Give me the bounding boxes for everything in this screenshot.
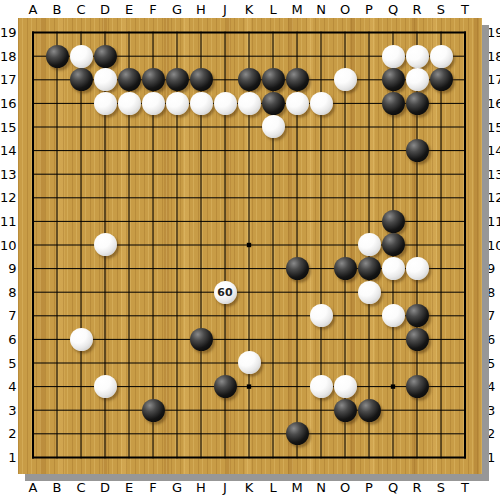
intersection[interactable] xyxy=(21,186,45,210)
intersection[interactable] xyxy=(357,68,381,92)
intersection[interactable] xyxy=(429,257,453,281)
intersection[interactable] xyxy=(45,210,69,234)
intersection[interactable] xyxy=(21,280,45,304)
intersection[interactable] xyxy=(165,375,189,399)
intersection[interactable] xyxy=(381,445,405,469)
intersection[interactable] xyxy=(261,398,285,422)
intersection[interactable] xyxy=(213,210,237,234)
intersection[interactable] xyxy=(165,445,189,469)
intersection[interactable] xyxy=(237,139,261,163)
intersection[interactable] xyxy=(237,162,261,186)
intersection[interactable] xyxy=(213,328,237,352)
intersection[interactable] xyxy=(69,422,93,446)
intersection[interactable] xyxy=(237,375,261,399)
intersection[interactable] xyxy=(69,445,93,469)
intersection[interactable] xyxy=(165,139,189,163)
intersection[interactable] xyxy=(45,233,69,257)
intersection[interactable] xyxy=(405,398,429,422)
intersection[interactable] xyxy=(45,398,69,422)
intersection[interactable] xyxy=(21,92,45,116)
intersection[interactable] xyxy=(213,44,237,68)
intersection[interactable] xyxy=(333,328,357,352)
intersection[interactable] xyxy=(357,92,381,116)
intersection[interactable] xyxy=(69,186,93,210)
intersection[interactable] xyxy=(261,257,285,281)
intersection[interactable] xyxy=(237,68,261,92)
intersection[interactable] xyxy=(405,257,429,281)
intersection[interactable] xyxy=(165,44,189,68)
intersection[interactable] xyxy=(309,233,333,257)
intersection[interactable] xyxy=(309,304,333,328)
go-board[interactable]: 60 xyxy=(18,18,482,474)
intersection[interactable] xyxy=(285,233,309,257)
intersection[interactable] xyxy=(285,162,309,186)
intersection[interactable] xyxy=(381,233,405,257)
intersection[interactable] xyxy=(237,422,261,446)
intersection[interactable] xyxy=(405,115,429,139)
intersection[interactable] xyxy=(429,375,453,399)
intersection[interactable] xyxy=(429,210,453,234)
intersection[interactable] xyxy=(285,328,309,352)
intersection[interactable] xyxy=(261,351,285,375)
intersection[interactable] xyxy=(237,280,261,304)
intersection[interactable] xyxy=(213,398,237,422)
intersection[interactable] xyxy=(117,210,141,234)
intersection[interactable] xyxy=(381,162,405,186)
intersection[interactable] xyxy=(333,280,357,304)
intersection[interactable] xyxy=(405,351,429,375)
intersection[interactable] xyxy=(285,422,309,446)
intersection[interactable] xyxy=(21,162,45,186)
intersection[interactable] xyxy=(405,233,429,257)
intersection[interactable] xyxy=(429,162,453,186)
intersection[interactable] xyxy=(117,68,141,92)
intersection[interactable] xyxy=(21,304,45,328)
intersection[interactable] xyxy=(309,280,333,304)
intersection[interactable] xyxy=(189,233,213,257)
intersection[interactable] xyxy=(237,210,261,234)
intersection[interactable] xyxy=(69,115,93,139)
intersection[interactable] xyxy=(117,115,141,139)
intersection[interactable] xyxy=(117,257,141,281)
intersection[interactable] xyxy=(165,162,189,186)
intersection[interactable] xyxy=(45,139,69,163)
intersection[interactable] xyxy=(357,304,381,328)
intersection[interactable] xyxy=(285,257,309,281)
intersection[interactable] xyxy=(453,422,477,446)
intersection[interactable] xyxy=(141,257,165,281)
intersection[interactable] xyxy=(189,115,213,139)
intersection[interactable] xyxy=(261,422,285,446)
intersection[interactable] xyxy=(261,21,285,45)
intersection[interactable] xyxy=(237,21,261,45)
intersection[interactable] xyxy=(405,422,429,446)
intersection[interactable] xyxy=(381,210,405,234)
intersection[interactable] xyxy=(333,68,357,92)
intersection[interactable] xyxy=(165,280,189,304)
intersection[interactable] xyxy=(69,233,93,257)
intersection[interactable] xyxy=(357,115,381,139)
intersection[interactable] xyxy=(333,257,357,281)
intersection[interactable] xyxy=(261,328,285,352)
intersection[interactable] xyxy=(69,351,93,375)
intersection[interactable] xyxy=(261,304,285,328)
intersection[interactable] xyxy=(45,92,69,116)
intersection[interactable] xyxy=(357,44,381,68)
intersection[interactable] xyxy=(429,445,453,469)
intersection[interactable] xyxy=(93,257,117,281)
intersection[interactable] xyxy=(69,375,93,399)
intersection[interactable] xyxy=(309,445,333,469)
intersection[interactable] xyxy=(357,398,381,422)
intersection[interactable] xyxy=(21,328,45,352)
intersection[interactable] xyxy=(429,44,453,68)
intersection[interactable] xyxy=(165,68,189,92)
intersection[interactable] xyxy=(189,398,213,422)
intersection[interactable] xyxy=(69,21,93,45)
intersection[interactable] xyxy=(93,398,117,422)
intersection[interactable] xyxy=(141,68,165,92)
intersection[interactable]: 60 xyxy=(213,280,237,304)
intersection[interactable] xyxy=(405,328,429,352)
intersection[interactable] xyxy=(285,44,309,68)
intersection[interactable] xyxy=(405,445,429,469)
intersection[interactable] xyxy=(261,162,285,186)
intersection[interactable] xyxy=(429,280,453,304)
intersection[interactable] xyxy=(189,351,213,375)
intersection[interactable] xyxy=(117,351,141,375)
intersection[interactable] xyxy=(381,115,405,139)
intersection[interactable] xyxy=(141,304,165,328)
intersection[interactable] xyxy=(357,210,381,234)
intersection[interactable] xyxy=(93,233,117,257)
intersection[interactable] xyxy=(333,233,357,257)
intersection[interactable] xyxy=(213,445,237,469)
intersection[interactable] xyxy=(381,68,405,92)
intersection[interactable] xyxy=(45,162,69,186)
intersection[interactable] xyxy=(309,422,333,446)
intersection[interactable] xyxy=(261,92,285,116)
intersection[interactable] xyxy=(405,44,429,68)
intersection[interactable] xyxy=(309,375,333,399)
intersection[interactable] xyxy=(357,280,381,304)
intersection[interactable] xyxy=(429,115,453,139)
intersection[interactable] xyxy=(141,21,165,45)
intersection[interactable] xyxy=(357,257,381,281)
intersection[interactable] xyxy=(429,139,453,163)
intersection[interactable] xyxy=(333,139,357,163)
intersection[interactable] xyxy=(237,233,261,257)
intersection[interactable] xyxy=(93,139,117,163)
intersection[interactable] xyxy=(309,351,333,375)
intersection[interactable] xyxy=(21,44,45,68)
intersection[interactable] xyxy=(213,139,237,163)
intersection[interactable] xyxy=(285,375,309,399)
intersection[interactable] xyxy=(69,328,93,352)
intersection[interactable] xyxy=(381,422,405,446)
intersection[interactable] xyxy=(141,162,165,186)
intersection[interactable] xyxy=(213,115,237,139)
intersection[interactable] xyxy=(453,280,477,304)
intersection[interactable] xyxy=(117,92,141,116)
intersection[interactable] xyxy=(21,139,45,163)
intersection[interactable] xyxy=(333,210,357,234)
intersection[interactable] xyxy=(21,398,45,422)
intersection[interactable] xyxy=(285,304,309,328)
intersection[interactable] xyxy=(357,328,381,352)
intersection[interactable] xyxy=(261,280,285,304)
intersection[interactable] xyxy=(237,304,261,328)
intersection[interactable] xyxy=(429,304,453,328)
intersection[interactable] xyxy=(117,162,141,186)
intersection[interactable] xyxy=(141,186,165,210)
intersection[interactable] xyxy=(285,68,309,92)
intersection[interactable] xyxy=(45,257,69,281)
intersection[interactable] xyxy=(285,92,309,116)
intersection[interactable] xyxy=(117,422,141,446)
intersection[interactable] xyxy=(93,280,117,304)
intersection[interactable] xyxy=(309,92,333,116)
intersection[interactable] xyxy=(333,422,357,446)
intersection[interactable] xyxy=(285,210,309,234)
intersection[interactable] xyxy=(357,445,381,469)
intersection[interactable] xyxy=(309,21,333,45)
intersection[interactable] xyxy=(429,186,453,210)
intersection[interactable] xyxy=(93,375,117,399)
intersection[interactable] xyxy=(333,92,357,116)
intersection[interactable] xyxy=(357,186,381,210)
intersection[interactable] xyxy=(93,44,117,68)
intersection[interactable] xyxy=(165,304,189,328)
intersection[interactable] xyxy=(141,328,165,352)
intersection[interactable] xyxy=(165,233,189,257)
intersection[interactable] xyxy=(405,280,429,304)
intersection[interactable] xyxy=(165,92,189,116)
intersection[interactable] xyxy=(69,304,93,328)
intersection[interactable] xyxy=(69,139,93,163)
intersection[interactable] xyxy=(429,351,453,375)
intersection[interactable] xyxy=(237,398,261,422)
intersection[interactable] xyxy=(381,304,405,328)
intersection[interactable] xyxy=(45,304,69,328)
intersection[interactable] xyxy=(285,186,309,210)
intersection[interactable] xyxy=(309,115,333,139)
intersection[interactable] xyxy=(237,44,261,68)
intersection[interactable] xyxy=(69,162,93,186)
intersection[interactable] xyxy=(333,21,357,45)
intersection[interactable] xyxy=(285,445,309,469)
intersection[interactable] xyxy=(333,44,357,68)
intersection[interactable] xyxy=(237,115,261,139)
intersection[interactable] xyxy=(117,186,141,210)
intersection[interactable] xyxy=(141,422,165,446)
intersection[interactable] xyxy=(189,162,213,186)
intersection[interactable] xyxy=(381,44,405,68)
intersection[interactable] xyxy=(381,257,405,281)
intersection[interactable] xyxy=(189,304,213,328)
intersection[interactable] xyxy=(309,44,333,68)
intersection[interactable] xyxy=(405,139,429,163)
intersection[interactable] xyxy=(453,233,477,257)
intersection[interactable] xyxy=(93,328,117,352)
intersection[interactable] xyxy=(381,139,405,163)
intersection[interactable] xyxy=(213,162,237,186)
intersection[interactable] xyxy=(333,375,357,399)
intersection[interactable] xyxy=(213,422,237,446)
intersection[interactable] xyxy=(453,375,477,399)
intersection[interactable] xyxy=(141,115,165,139)
intersection[interactable] xyxy=(117,21,141,45)
intersection[interactable] xyxy=(21,351,45,375)
intersection[interactable] xyxy=(405,304,429,328)
intersection[interactable] xyxy=(69,210,93,234)
intersection[interactable] xyxy=(141,233,165,257)
intersection[interactable] xyxy=(69,398,93,422)
intersection[interactable] xyxy=(189,280,213,304)
intersection[interactable] xyxy=(285,21,309,45)
intersection[interactable] xyxy=(453,257,477,281)
intersection[interactable] xyxy=(21,115,45,139)
intersection[interactable] xyxy=(45,115,69,139)
intersection[interactable] xyxy=(453,351,477,375)
intersection[interactable] xyxy=(117,304,141,328)
intersection[interactable] xyxy=(165,186,189,210)
intersection[interactable] xyxy=(189,21,213,45)
intersection[interactable] xyxy=(21,422,45,446)
intersection[interactable] xyxy=(309,257,333,281)
intersection[interactable] xyxy=(21,233,45,257)
intersection[interactable] xyxy=(333,351,357,375)
intersection[interactable] xyxy=(237,328,261,352)
intersection[interactable] xyxy=(189,210,213,234)
intersection[interactable] xyxy=(93,115,117,139)
intersection[interactable] xyxy=(429,398,453,422)
intersection[interactable] xyxy=(21,257,45,281)
intersection[interactable] xyxy=(237,257,261,281)
intersection[interactable] xyxy=(189,68,213,92)
intersection[interactable] xyxy=(285,351,309,375)
intersection[interactable] xyxy=(381,375,405,399)
intersection[interactable] xyxy=(21,375,45,399)
intersection[interactable] xyxy=(357,375,381,399)
intersection[interactable] xyxy=(309,68,333,92)
intersection[interactable] xyxy=(69,257,93,281)
intersection[interactable] xyxy=(405,68,429,92)
intersection[interactable] xyxy=(141,139,165,163)
intersection[interactable] xyxy=(165,21,189,45)
intersection[interactable] xyxy=(165,422,189,446)
intersection[interactable] xyxy=(357,162,381,186)
intersection[interactable] xyxy=(93,162,117,186)
intersection[interactable] xyxy=(261,445,285,469)
intersection[interactable] xyxy=(453,304,477,328)
intersection[interactable] xyxy=(45,328,69,352)
intersection[interactable] xyxy=(213,186,237,210)
intersection[interactable] xyxy=(405,375,429,399)
intersection[interactable] xyxy=(45,21,69,45)
intersection[interactable] xyxy=(45,186,69,210)
intersection[interactable] xyxy=(213,92,237,116)
intersection[interactable] xyxy=(381,186,405,210)
intersection[interactable] xyxy=(165,115,189,139)
intersection[interactable] xyxy=(141,280,165,304)
intersection[interactable] xyxy=(69,68,93,92)
intersection[interactable] xyxy=(309,139,333,163)
intersection[interactable] xyxy=(141,210,165,234)
intersection[interactable] xyxy=(261,68,285,92)
intersection[interactable] xyxy=(429,68,453,92)
intersection[interactable] xyxy=(93,351,117,375)
intersection[interactable] xyxy=(285,115,309,139)
intersection[interactable] xyxy=(117,44,141,68)
intersection[interactable] xyxy=(21,21,45,45)
intersection[interactable] xyxy=(309,210,333,234)
intersection[interactable] xyxy=(45,422,69,446)
intersection[interactable] xyxy=(405,92,429,116)
intersection[interactable] xyxy=(381,21,405,45)
intersection[interactable] xyxy=(117,445,141,469)
intersection[interactable] xyxy=(261,186,285,210)
intersection[interactable] xyxy=(453,115,477,139)
intersection[interactable] xyxy=(309,328,333,352)
intersection[interactable] xyxy=(165,257,189,281)
intersection[interactable] xyxy=(21,445,45,469)
intersection[interactable] xyxy=(93,210,117,234)
intersection[interactable] xyxy=(117,280,141,304)
intersection[interactable] xyxy=(453,328,477,352)
intersection[interactable] xyxy=(141,398,165,422)
intersection[interactable] xyxy=(93,445,117,469)
intersection[interactable] xyxy=(261,233,285,257)
intersection[interactable] xyxy=(165,351,189,375)
intersection[interactable] xyxy=(165,210,189,234)
intersection[interactable] xyxy=(405,210,429,234)
intersection[interactable] xyxy=(165,328,189,352)
intersection[interactable] xyxy=(117,233,141,257)
intersection[interactable] xyxy=(117,328,141,352)
intersection[interactable] xyxy=(429,92,453,116)
intersection[interactable] xyxy=(261,375,285,399)
intersection[interactable] xyxy=(69,280,93,304)
intersection[interactable] xyxy=(453,445,477,469)
intersection[interactable] xyxy=(381,280,405,304)
intersection[interactable] xyxy=(429,422,453,446)
intersection[interactable] xyxy=(453,210,477,234)
intersection[interactable] xyxy=(453,162,477,186)
intersection[interactable] xyxy=(285,139,309,163)
intersection[interactable] xyxy=(117,398,141,422)
intersection[interactable] xyxy=(213,68,237,92)
intersection[interactable] xyxy=(309,186,333,210)
intersection[interactable] xyxy=(453,186,477,210)
intersection[interactable] xyxy=(213,351,237,375)
intersection[interactable] xyxy=(237,92,261,116)
intersection[interactable] xyxy=(213,233,237,257)
intersection[interactable] xyxy=(381,328,405,352)
intersection[interactable] xyxy=(429,328,453,352)
intersection[interactable] xyxy=(213,375,237,399)
intersection[interactable] xyxy=(333,398,357,422)
intersection[interactable] xyxy=(213,304,237,328)
intersection[interactable] xyxy=(405,162,429,186)
intersection[interactable] xyxy=(453,44,477,68)
intersection[interactable] xyxy=(93,21,117,45)
intersection[interactable] xyxy=(93,68,117,92)
intersection[interactable] xyxy=(141,375,165,399)
intersection[interactable] xyxy=(453,68,477,92)
intersection[interactable] xyxy=(45,280,69,304)
intersection[interactable] xyxy=(405,21,429,45)
